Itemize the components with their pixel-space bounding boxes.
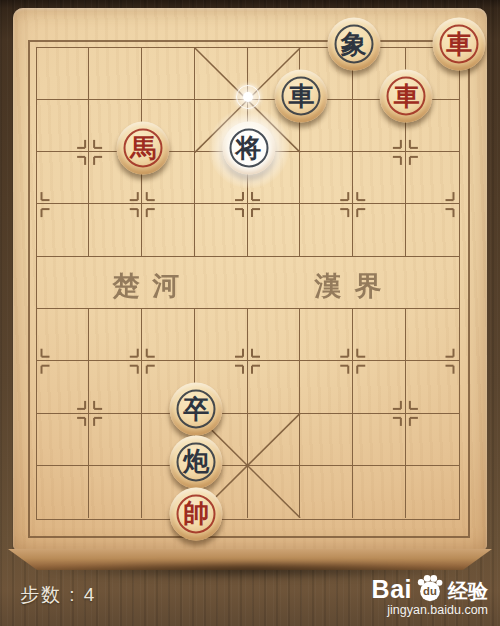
baidu-paw-icon: du [414, 573, 446, 602]
baidu-jingyan-watermark: Bai du 经验 jingyan.baidu.com [372, 573, 488, 617]
piece-black-elephant[interactable]: 象 [327, 18, 380, 71]
baidu-logo: Bai du 经验 [372, 573, 488, 602]
baidu-logo-text-bai: Bai [372, 577, 412, 602]
piece-character: 炮 [183, 449, 209, 475]
move-counter: 步数 : 4 [20, 582, 96, 608]
baidu-logo-text-du: du [423, 586, 437, 598]
piece-red-general[interactable]: 帥 [169, 487, 222, 540]
piece-character: 将 [236, 135, 262, 161]
piece-character: 車 [288, 83, 314, 109]
piece-character: 車 [446, 31, 472, 57]
piece-black-chariot[interactable]: 車 [275, 70, 328, 123]
baidu-logo-text-jingyan: 经验 [448, 580, 488, 602]
piece-red-chariot[interactable]: 車 [380, 70, 433, 123]
piece-character: 帥 [183, 501, 209, 527]
xiangqi-board[interactable]: 楚河 漢界 象車車車馬将卒炮帥 [13, 8, 487, 550]
piece-black-soldier[interactable]: 卒 [169, 383, 222, 436]
piece-character: 卒 [183, 396, 209, 422]
pieces-layer: 象車車車馬将卒炮帥 [13, 8, 487, 550]
piece-red-horse[interactable]: 馬 [117, 122, 170, 175]
piece-character: 車 [393, 83, 419, 109]
watermark-url: jingyan.baidu.com [387, 603, 488, 617]
piece-red-chariot[interactable]: 車 [433, 18, 486, 71]
piece-black-cannon[interactable]: 炮 [169, 435, 222, 488]
piece-character: 象 [341, 31, 367, 57]
piece-black-general[interactable]: 将 [222, 122, 275, 175]
app-screen: 楚河 漢界 象車車車馬将卒炮帥 步数 : 4 Bai du 经验 jingyan… [0, 0, 500, 626]
piece-character: 馬 [130, 135, 156, 161]
